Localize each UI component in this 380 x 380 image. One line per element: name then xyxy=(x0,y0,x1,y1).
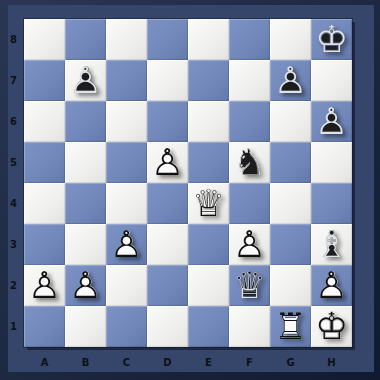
square-h5[interactable] xyxy=(311,142,352,183)
square-a6[interactable] xyxy=(24,101,65,142)
square-e2[interactable] xyxy=(188,265,229,306)
piece-white-pawn[interactable]: ♟♙ xyxy=(65,265,106,306)
square-a4[interactable] xyxy=(24,183,65,224)
square-e5[interactable] xyxy=(188,142,229,183)
black-pawn-outline: ♙ xyxy=(270,60,311,101)
square-h3[interactable]: ♝♗ xyxy=(311,224,352,265)
square-h1[interactable]: ♚♔ xyxy=(311,306,352,347)
square-c5[interactable] xyxy=(106,142,147,183)
square-a3[interactable] xyxy=(24,224,65,265)
file-label-d: D xyxy=(147,352,188,372)
piece-white-king[interactable]: ♚♔ xyxy=(311,306,352,347)
square-a2[interactable]: ♟♙ xyxy=(24,265,65,306)
square-f1[interactable] xyxy=(229,306,270,347)
file-label-g: G xyxy=(270,352,311,372)
white-pawn-outline: ♙ xyxy=(24,265,65,306)
file-label-h: H xyxy=(311,352,352,372)
piece-black-pawn[interactable]: ♟♙ xyxy=(311,101,352,142)
square-d6[interactable] xyxy=(147,101,188,142)
square-d1[interactable] xyxy=(147,306,188,347)
rank-label-8: 8 xyxy=(0,19,24,60)
rank-label-5: 5 xyxy=(0,142,24,183)
square-d2[interactable] xyxy=(147,265,188,306)
square-a7[interactable] xyxy=(24,60,65,101)
white-pawn-outline: ♙ xyxy=(229,224,270,265)
square-g8[interactable] xyxy=(270,19,311,60)
square-g1[interactable]: ♜♖ xyxy=(270,306,311,347)
square-b8[interactable] xyxy=(65,19,106,60)
square-h4[interactable] xyxy=(311,183,352,224)
black-king-outline: ♔ xyxy=(311,19,352,60)
square-f8[interactable] xyxy=(229,19,270,60)
piece-white-pawn[interactable]: ♟♙ xyxy=(24,265,65,306)
file-labels: ABCDEFGH xyxy=(24,352,352,372)
chess-board: ♚♔♟♙♟♙♟♙♟♙♞♘♛♕♟♙♟♙♝♗♟♙♟♙♛♕♟♙♜♖♚♔ xyxy=(24,19,352,347)
white-rook-outline: ♖ xyxy=(270,306,311,347)
piece-black-king[interactable]: ♚♔ xyxy=(311,19,352,60)
square-f6[interactable] xyxy=(229,101,270,142)
white-queen-outline: ♕ xyxy=(188,183,229,224)
file-label-e: E xyxy=(188,352,229,372)
square-f4[interactable] xyxy=(229,183,270,224)
square-a5[interactable] xyxy=(24,142,65,183)
square-g7[interactable]: ♟♙ xyxy=(270,60,311,101)
square-d7[interactable] xyxy=(147,60,188,101)
white-pawn-outline: ♙ xyxy=(106,224,147,265)
piece-black-bishop[interactable]: ♝♗ xyxy=(311,224,352,265)
piece-white-pawn[interactable]: ♟♙ xyxy=(311,265,352,306)
square-f5[interactable]: ♞♘ xyxy=(229,142,270,183)
white-pawn-outline: ♙ xyxy=(311,265,352,306)
piece-white-pawn[interactable]: ♟♙ xyxy=(106,224,147,265)
square-e4[interactable]: ♛♕ xyxy=(188,183,229,224)
piece-black-knight[interactable]: ♞♘ xyxy=(229,142,270,183)
square-e7[interactable] xyxy=(188,60,229,101)
piece-black-queen[interactable]: ♛♕ xyxy=(229,265,270,306)
rank-label-4: 4 xyxy=(0,183,24,224)
square-g6[interactable] xyxy=(270,101,311,142)
square-b5[interactable] xyxy=(65,142,106,183)
white-king-outline: ♔ xyxy=(311,306,352,347)
rank-label-7: 7 xyxy=(0,60,24,101)
square-b4[interactable] xyxy=(65,183,106,224)
square-c1[interactable] xyxy=(106,306,147,347)
square-c3[interactable]: ♟♙ xyxy=(106,224,147,265)
square-g2[interactable] xyxy=(270,265,311,306)
rank-label-2: 2 xyxy=(0,265,24,306)
piece-black-pawn[interactable]: ♟♙ xyxy=(65,60,106,101)
file-label-c: C xyxy=(106,352,147,372)
square-d4[interactable] xyxy=(147,183,188,224)
square-e8[interactable] xyxy=(188,19,229,60)
square-g5[interactable] xyxy=(270,142,311,183)
file-label-a: A xyxy=(24,352,65,372)
black-pawn-outline: ♙ xyxy=(311,101,352,142)
black-pawn-outline: ♙ xyxy=(65,60,106,101)
rank-label-6: 6 xyxy=(0,101,24,142)
square-e1[interactable] xyxy=(188,306,229,347)
square-h2[interactable]: ♟♙ xyxy=(311,265,352,306)
piece-white-queen[interactable]: ♛♕ xyxy=(188,183,229,224)
square-g4[interactable] xyxy=(270,183,311,224)
piece-white-pawn[interactable]: ♟♙ xyxy=(229,224,270,265)
square-b2[interactable]: ♟♙ xyxy=(65,265,106,306)
square-c7[interactable] xyxy=(106,60,147,101)
white-pawn-outline: ♙ xyxy=(147,142,188,183)
piece-white-rook[interactable]: ♜♖ xyxy=(270,306,311,347)
square-d8[interactable] xyxy=(147,19,188,60)
white-pawn-outline: ♙ xyxy=(65,265,106,306)
square-b3[interactable] xyxy=(65,224,106,265)
square-h6[interactable]: ♟♙ xyxy=(311,101,352,142)
square-a1[interactable] xyxy=(24,306,65,347)
square-b7[interactable]: ♟♙ xyxy=(65,60,106,101)
square-c4[interactable] xyxy=(106,183,147,224)
square-f3[interactable]: ♟♙ xyxy=(229,224,270,265)
square-e6[interactable] xyxy=(188,101,229,142)
square-h8[interactable]: ♚♔ xyxy=(311,19,352,60)
square-h7[interactable] xyxy=(311,60,352,101)
square-g3[interactable] xyxy=(270,224,311,265)
rank-labels: 87654321 xyxy=(0,19,24,347)
square-c2[interactable] xyxy=(106,265,147,306)
square-b6[interactable] xyxy=(65,101,106,142)
square-d5[interactable]: ♟♙ xyxy=(147,142,188,183)
black-queen-outline: ♕ xyxy=(229,265,270,306)
chess-board-frame: 87654321 ABCDEFGH ♚♔♟♙♟♙♟♙♟♙♞♘♛♕♟♙♟♙♝♗♟♙… xyxy=(0,0,380,380)
piece-white-pawn[interactable]: ♟♙ xyxy=(147,142,188,183)
square-c8[interactable] xyxy=(106,19,147,60)
file-label-b: B xyxy=(65,352,106,372)
black-bishop-outline: ♗ xyxy=(311,224,352,265)
file-label-f: F xyxy=(229,352,270,372)
rank-label-1: 1 xyxy=(0,306,24,347)
square-f2[interactable]: ♛♕ xyxy=(229,265,270,306)
square-b1[interactable] xyxy=(65,306,106,347)
black-knight-outline: ♘ xyxy=(229,142,270,183)
square-c6[interactable] xyxy=(106,101,147,142)
square-d3[interactable] xyxy=(147,224,188,265)
square-f7[interactable] xyxy=(229,60,270,101)
piece-black-pawn[interactable]: ♟♙ xyxy=(270,60,311,101)
rank-label-3: 3 xyxy=(0,224,24,265)
square-a8[interactable] xyxy=(24,19,65,60)
square-e3[interactable] xyxy=(188,224,229,265)
